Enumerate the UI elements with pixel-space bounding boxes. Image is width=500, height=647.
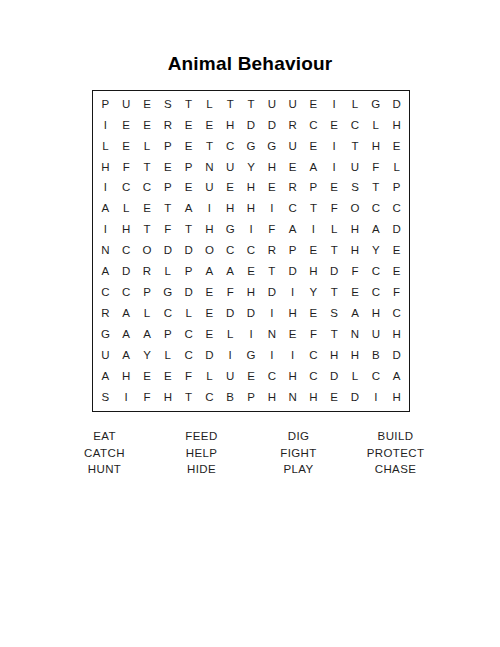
grid-cell[interactable]: E <box>199 303 220 324</box>
grid-cell[interactable]: G <box>261 136 282 157</box>
grid-cell[interactable]: G <box>241 345 262 366</box>
grid-cell[interactable]: L <box>324 220 345 241</box>
grid-cell[interactable]: E <box>116 115 137 136</box>
grid-cell[interactable]: I <box>324 94 345 115</box>
grid-cell[interactable]: R <box>137 261 158 282</box>
grid-cell[interactable]: D <box>324 366 345 387</box>
grid-cell[interactable]: D <box>386 220 407 241</box>
grid-cell[interactable]: H <box>241 178 262 199</box>
grid-cell[interactable]: U <box>220 366 241 387</box>
grid-cell[interactable]: H <box>345 241 366 262</box>
grid-cell[interactable]: F <box>178 366 199 387</box>
word-list-item: HIDE <box>153 461 250 478</box>
grid-cell[interactable]: H <box>261 387 282 408</box>
grid-cell[interactable]: P <box>157 178 178 199</box>
grid-cell[interactable]: D <box>178 282 199 303</box>
grid-cell[interactable]: I <box>303 220 324 241</box>
grid-cell[interactable]: N <box>282 387 303 408</box>
grid-cell[interactable]: E <box>303 136 324 157</box>
grid-cell[interactable]: S <box>324 303 345 324</box>
grid-cell[interactable]: A <box>95 199 116 220</box>
grid-cell[interactable]: R <box>261 241 282 262</box>
grid-cell[interactable]: E <box>137 199 158 220</box>
grid-cell[interactable]: E <box>386 261 407 282</box>
grid-cell[interactable]: D <box>241 115 262 136</box>
grid-cell[interactable]: H <box>303 387 324 408</box>
grid-cell[interactable]: D <box>386 345 407 366</box>
grid-cell[interactable]: A <box>365 220 386 241</box>
grid-cell[interactable]: B <box>220 387 241 408</box>
grid-cell[interactable]: E <box>157 366 178 387</box>
grid-cell[interactable]: E <box>199 115 220 136</box>
grid-cell[interactable]: T <box>199 136 220 157</box>
grid-cell[interactable]: H <box>386 387 407 408</box>
grid-cell[interactable]: H <box>116 220 137 241</box>
grid-cell[interactable]: L <box>178 303 199 324</box>
grid-cell[interactable]: I <box>261 303 282 324</box>
grid-cell[interactable]: S <box>157 94 178 115</box>
word-list-item: BUILD <box>347 428 444 445</box>
grid-cell[interactable]: F <box>365 157 386 178</box>
grid-cell[interactable]: T <box>178 387 199 408</box>
grid-cell[interactable]: U <box>199 178 220 199</box>
grid-cell[interactable]: C <box>220 241 241 262</box>
grid-cell[interactable]: C <box>365 366 386 387</box>
grid-cell[interactable]: D <box>386 94 407 115</box>
grid-cell[interactable]: T <box>137 220 158 241</box>
grid-cell[interactable]: C <box>241 241 262 262</box>
grid-cell[interactable]: E <box>303 94 324 115</box>
grid-cell[interactable]: I <box>324 157 345 178</box>
grid-cell[interactable]: H <box>303 261 324 282</box>
grid-cell[interactable]: D <box>261 282 282 303</box>
grid-cell[interactable]: R <box>157 115 178 136</box>
grid-cell[interactable]: H <box>282 366 303 387</box>
grid-cell[interactable]: H <box>220 115 241 136</box>
grid-cell[interactable]: R <box>282 115 303 136</box>
grid-cell[interactable]: L <box>137 303 158 324</box>
grid-cell[interactable]: H <box>386 324 407 345</box>
word-list-item: HELP <box>153 445 250 462</box>
grid-cell[interactable]: E <box>261 178 282 199</box>
grid-cell[interactable]: P <box>303 178 324 199</box>
grid-cell[interactable]: P <box>157 136 178 157</box>
grid-cell[interactable]: E <box>220 178 241 199</box>
grid-cell[interactable]: E <box>324 115 345 136</box>
grid-cell[interactable]: S <box>95 387 116 408</box>
grid-cell[interactable]: L <box>199 366 220 387</box>
grid-cell[interactable]: O <box>137 241 158 262</box>
grid-cell[interactable]: E <box>199 282 220 303</box>
grid-cell[interactable]: H <box>157 387 178 408</box>
grid-cell[interactable]: T <box>324 324 345 345</box>
grid-cell[interactable]: C <box>157 303 178 324</box>
grid-cell[interactable]: F <box>303 324 324 345</box>
grid-cell[interactable]: I <box>261 345 282 366</box>
grid-cell[interactable]: P <box>241 387 262 408</box>
grid-cell[interactable]: H <box>386 115 407 136</box>
grid-cell[interactable]: E <box>137 94 158 115</box>
grid-cell[interactable]: C <box>261 366 282 387</box>
grid-cell[interactable]: G <box>241 136 262 157</box>
grid-cell[interactable]: C <box>365 199 386 220</box>
grid-cell[interactable]: C <box>365 282 386 303</box>
grid-cell[interactable]: F <box>116 157 137 178</box>
grid-cell[interactable]: P <box>178 157 199 178</box>
word-list-item: EAT <box>56 428 153 445</box>
grid-cell[interactable]: T <box>345 136 366 157</box>
grid-cell[interactable]: T <box>137 157 158 178</box>
grid-cell[interactable]: E <box>324 387 345 408</box>
grid-cell[interactable]: E <box>178 178 199 199</box>
grid-cell[interactable]: U <box>116 94 137 115</box>
grid-cell[interactable]: D <box>178 241 199 262</box>
grid-cell[interactable]: T <box>241 94 262 115</box>
grid-cell[interactable]: G <box>95 324 116 345</box>
grid-cell[interactable]: D <box>241 303 262 324</box>
grid-cell[interactable]: H <box>116 366 137 387</box>
grid-cell[interactable]: L <box>157 345 178 366</box>
grid-cell[interactable]: I <box>95 178 116 199</box>
grid-cell[interactable]: I <box>95 220 116 241</box>
word-list-item: DIG <box>250 428 347 445</box>
grid-cell[interactable]: C <box>178 345 199 366</box>
grid-cell[interactable]: O <box>345 199 366 220</box>
grid-cell[interactable]: E <box>386 241 407 262</box>
word-list-item: FEED <box>153 428 250 445</box>
grid-cell[interactable]: A <box>137 324 158 345</box>
grid-cell[interactable]: P <box>157 324 178 345</box>
grid-cell[interactable]: L <box>386 157 407 178</box>
grid-cell[interactable]: H <box>220 199 241 220</box>
grid-cell[interactable]: H <box>282 303 303 324</box>
grid-cell[interactable]: R <box>282 178 303 199</box>
grid-cell[interactable]: I <box>324 136 345 157</box>
grid-cell[interactable]: L <box>365 115 386 136</box>
grid-cell[interactable]: E <box>241 366 262 387</box>
grid-cell[interactable]: I <box>199 199 220 220</box>
grid-cell[interactable]: P <box>282 241 303 262</box>
grid-cell[interactable]: E <box>241 261 262 282</box>
grid-cell[interactable]: I <box>220 345 241 366</box>
grid-cell[interactable]: L <box>345 94 366 115</box>
grid-cell[interactable]: G <box>157 282 178 303</box>
grid-cell[interactable]: D <box>220 303 241 324</box>
grid-cell[interactable]: I <box>365 387 386 408</box>
grid-cell[interactable]: Y <box>303 282 324 303</box>
grid-cell[interactable]: D <box>116 261 137 282</box>
grid-cell[interactable]: E <box>282 324 303 345</box>
grid-cell[interactable]: I <box>116 387 137 408</box>
grid-cell[interactable]: I <box>282 345 303 366</box>
grid-cell[interactable]: C <box>303 115 324 136</box>
grid-cell[interactable]: L <box>137 136 158 157</box>
grid-cell[interactable]: C <box>303 345 324 366</box>
grid-cell[interactable]: P <box>178 261 199 282</box>
grid-cell[interactable]: C <box>199 387 220 408</box>
grid-cell[interactable]: C <box>365 261 386 282</box>
grid-cell[interactable]: H <box>261 157 282 178</box>
grid-cell[interactable]: E <box>116 136 137 157</box>
grid-cell[interactable]: A <box>303 157 324 178</box>
grid-cell[interactable]: A <box>220 261 241 282</box>
grid-cell[interactable]: L <box>199 94 220 115</box>
grid-cell[interactable]: I <box>282 282 303 303</box>
grid-cell[interactable]: L <box>220 324 241 345</box>
grid-cell[interactable]: C <box>137 178 158 199</box>
grid-cell[interactable]: F <box>261 220 282 241</box>
grid-cell[interactable]: G <box>220 220 241 241</box>
grid-cell[interactable]: D <box>324 261 345 282</box>
grid-cell[interactable]: N <box>199 157 220 178</box>
grid-cell[interactable]: L <box>95 136 116 157</box>
grid-cell[interactable]: N <box>261 324 282 345</box>
grid-cell[interactable]: C <box>345 115 366 136</box>
grid-cell[interactable]: A <box>116 345 137 366</box>
grid-cell[interactable]: C <box>220 136 241 157</box>
puzzle-title: Animal Behaviour <box>0 53 500 75</box>
grid-cell[interactable]: E <box>345 282 366 303</box>
grid-cell[interactable]: C <box>95 282 116 303</box>
grid-cell[interactable]: B <box>365 345 386 366</box>
grid-cell[interactable]: F <box>386 282 407 303</box>
grid-cell[interactable]: T <box>157 199 178 220</box>
grid-cell[interactable]: E <box>303 241 324 262</box>
grid-cell[interactable]: A <box>282 220 303 241</box>
grid-cell[interactable]: E <box>324 178 345 199</box>
grid-cell[interactable]: T <box>220 94 241 115</box>
grid-cell[interactable]: C <box>116 241 137 262</box>
grid-cell[interactable]: U <box>95 345 116 366</box>
grid-cell[interactable]: H <box>95 157 116 178</box>
grid-cell[interactable]: H <box>324 345 345 366</box>
grid-cell[interactable]: D <box>199 345 220 366</box>
grid-cell[interactable]: I <box>241 220 262 241</box>
grid-cell[interactable]: T <box>303 199 324 220</box>
grid-cell[interactable]: O <box>199 241 220 262</box>
grid-cell[interactable]: C <box>386 199 407 220</box>
grid-cell[interactable]: P <box>386 178 407 199</box>
word-list-item: FIGHT <box>250 445 347 462</box>
grid-cell[interactable]: H <box>345 345 366 366</box>
grid-cell[interactable]: E <box>303 303 324 324</box>
grid-cell[interactable]: S <box>345 178 366 199</box>
grid-cell[interactable]: A <box>386 366 407 387</box>
grid-cell[interactable]: E <box>157 157 178 178</box>
grid-cell[interactable]: R <box>95 303 116 324</box>
grid-cell[interactable]: I <box>261 199 282 220</box>
grid-cell[interactable]: U <box>282 94 303 115</box>
grid-cell[interactable]: C <box>116 178 137 199</box>
grid-cell[interactable]: A <box>178 199 199 220</box>
grid-cell[interactable]: D <box>157 241 178 262</box>
grid-cell[interactable]: Y <box>137 345 158 366</box>
grid-cell[interactable]: F <box>137 387 158 408</box>
grid-cell[interactable]: H <box>365 136 386 157</box>
grid-cell[interactable]: F <box>157 220 178 241</box>
grid-cell[interactable]: A <box>345 303 366 324</box>
grid-cell[interactable]: A <box>95 261 116 282</box>
grid-cell[interactable]: E <box>137 115 158 136</box>
grid-cell[interactable]: A <box>116 303 137 324</box>
word-search-grid: PUESTLTTUUEILGDIEEREEHDDRCECLHLELPETCGGU… <box>92 90 410 412</box>
grid-cell[interactable]: D <box>282 261 303 282</box>
grid-cell[interactable]: L <box>345 366 366 387</box>
grid-cell[interactable]: N <box>95 241 116 262</box>
grid-cell[interactable]: L <box>157 261 178 282</box>
grid-cell[interactable]: P <box>95 94 116 115</box>
grid-cell[interactable]: H <box>199 220 220 241</box>
grid-cell[interactable]: E <box>178 136 199 157</box>
grid-cell[interactable]: E <box>386 136 407 157</box>
grid-cell[interactable]: Y <box>241 157 262 178</box>
grid-cell[interactable]: T <box>324 241 345 262</box>
grid-cell[interactable]: C <box>282 199 303 220</box>
grid-cell[interactable]: C <box>116 282 137 303</box>
grid-cell[interactable]: T <box>178 220 199 241</box>
word-list-item: CATCH <box>56 445 153 462</box>
grid-cell[interactable]: U <box>261 94 282 115</box>
grid-cell[interactable]: U <box>365 324 386 345</box>
worksheet-page: Animal Behaviour PUESTLTTUUEILGDIEEREEHD… <box>0 0 500 647</box>
word-list: EATFEEDDIGBUILDCATCHHELPFIGHTPROTECTHUNT… <box>56 428 444 478</box>
grid-cell[interactable]: G <box>365 94 386 115</box>
grid-cell[interactable]: E <box>282 157 303 178</box>
grid-cell[interactable]: F <box>345 261 366 282</box>
grid-cell[interactable]: T <box>365 178 386 199</box>
word-list-item: PLAY <box>250 461 347 478</box>
grid-cell[interactable]: D <box>345 387 366 408</box>
grid-cell[interactable]: H <box>241 282 262 303</box>
grid-cell[interactable]: F <box>220 282 241 303</box>
grid-cell[interactable]: H <box>241 199 262 220</box>
word-list-item: CHASE <box>347 461 444 478</box>
grid-cell[interactable]: Y <box>365 241 386 262</box>
grid-cell[interactable]: T <box>261 261 282 282</box>
grid-cell[interactable]: I <box>95 115 116 136</box>
grid-cell[interactable]: P <box>137 282 158 303</box>
grid-cell[interactable]: E <box>178 115 199 136</box>
grid-cell[interactable]: A <box>116 324 137 345</box>
grid-cell[interactable]: L <box>116 199 137 220</box>
grid-cell[interactable]: U <box>282 136 303 157</box>
grid-cell[interactable]: N <box>345 324 366 345</box>
grid-cell[interactable]: H <box>345 220 366 241</box>
grid-cell[interactable]: F <box>324 199 345 220</box>
grid-cell[interactable]: A <box>199 261 220 282</box>
word-list-item: PROTECT <box>347 445 444 462</box>
grid-cell[interactable]: E <box>137 366 158 387</box>
grid-cell[interactable]: C <box>386 303 407 324</box>
grid-cell[interactable]: I <box>241 324 262 345</box>
grid-cell[interactable]: U <box>345 157 366 178</box>
grid-cell[interactable]: C <box>178 324 199 345</box>
word-list-item: HUNT <box>56 461 153 478</box>
grid-cell[interactable]: A <box>95 366 116 387</box>
grid-cell[interactable]: H <box>365 303 386 324</box>
grid-cell[interactable]: E <box>199 324 220 345</box>
grid-cell[interactable]: C <box>303 366 324 387</box>
grid-cell[interactable]: T <box>178 94 199 115</box>
grid-cell[interactable]: D <box>261 115 282 136</box>
grid-cell[interactable]: U <box>220 157 241 178</box>
grid-cell[interactable]: T <box>324 282 345 303</box>
